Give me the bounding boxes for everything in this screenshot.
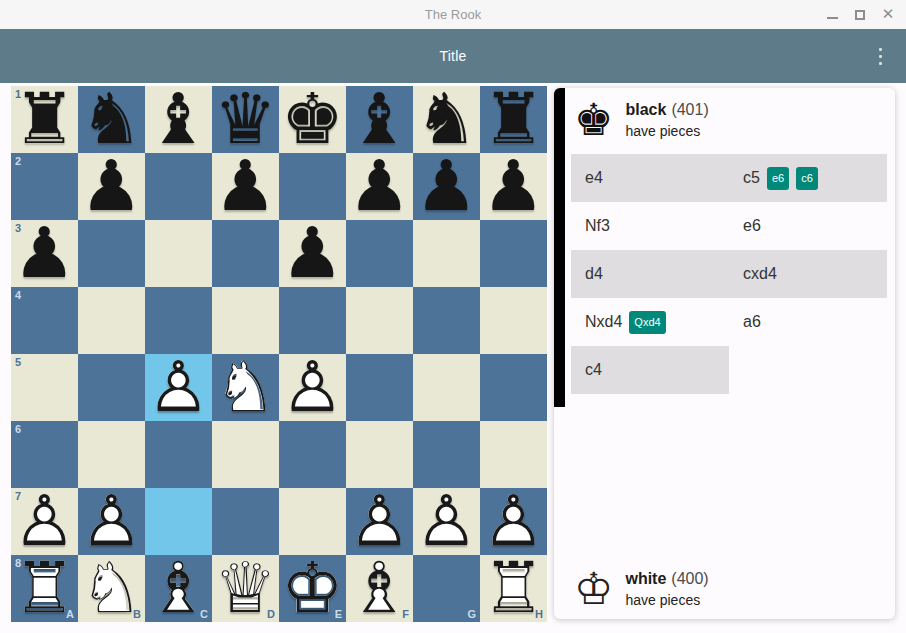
square-G6[interactable] [413, 421, 480, 488]
square-E3[interactable]: ♟ [279, 220, 346, 287]
square-D3[interactable] [212, 220, 279, 287]
square-A3[interactable]: 3♟ [11, 220, 78, 287]
move-row-2: Nf3e6 [571, 202, 887, 250]
black-pawn: ♟ [480, 153, 547, 220]
close-button[interactable]: ✕ [880, 7, 896, 23]
rank-label-4: 4 [15, 290, 21, 301]
square-H1[interactable]: ♜ [480, 86, 547, 153]
square-G3[interactable] [413, 220, 480, 287]
square-A4[interactable]: 4 [11, 287, 78, 354]
square-G2[interactable]: ♟ [413, 153, 480, 220]
black-king-icon: ♚ [574, 96, 613, 144]
square-E5[interactable]: ♟♙ [279, 354, 346, 421]
black-player-name-line: black(401) [625, 101, 708, 119]
rank-label-2: 2 [15, 156, 21, 167]
square-C5[interactable]: ♟♙ [145, 354, 212, 421]
white-king-icon: ♔ [574, 565, 613, 613]
maximize-icon [855, 10, 865, 20]
white-move-cell-5[interactable]: c4 [571, 346, 729, 394]
white-pawn: ♟♙ [346, 488, 413, 555]
move-text: e6 [743, 217, 761, 235]
black-pawn: ♟ [11, 220, 78, 287]
rank-label-6: 6 [15, 424, 21, 435]
white-player-status: have pieces [625, 592, 708, 608]
square-C7[interactable] [145, 488, 212, 555]
white-player-name: white [625, 570, 666, 587]
kebab-menu-button[interactable] [879, 29, 882, 83]
move-list: e4c5e6c6Nf3e6d4cxd4Nxd4Qxd4a6c4 [571, 154, 887, 394]
square-E8[interactable]: E♚♔ [279, 555, 346, 622]
black-queen: ♛ [212, 86, 279, 153]
square-H2[interactable]: ♟ [480, 153, 547, 220]
square-F5[interactable] [346, 354, 413, 421]
black-player-status: have pieces [625, 123, 708, 139]
black-king: ♚ [279, 86, 346, 153]
square-C8[interactable]: C♝♗ [145, 555, 212, 622]
minimize-button[interactable] [824, 7, 840, 23]
square-G7[interactable]: ♟♙ [413, 488, 480, 555]
move-text: c5 [743, 169, 760, 187]
move-row-3: d4cxd4 [571, 250, 887, 298]
black-player-header: ♚ black(401) have pieces [554, 88, 895, 150]
black-move-cell-4[interactable]: a6 [729, 298, 887, 346]
file-label-G: G [467, 609, 476, 620]
black-rook: ♜ [480, 86, 547, 153]
square-H6[interactable] [480, 421, 547, 488]
black-bishop: ♝ [346, 86, 413, 153]
close-icon: ✕ [882, 7, 895, 22]
square-C1[interactable]: ♝ [145, 86, 212, 153]
minimize-icon [827, 17, 838, 19]
move-text: d4 [585, 265, 603, 283]
white-pawn: ♟♙ [145, 354, 212, 421]
white-knight: ♞♘ [78, 555, 145, 622]
square-E1[interactable]: ♚ [279, 86, 346, 153]
move-row-5: c4 [571, 346, 887, 394]
black-player-rating: (401) [671, 101, 708, 118]
square-F4[interactable] [346, 287, 413, 354]
square-G5[interactable] [413, 354, 480, 421]
square-B5[interactable] [78, 354, 145, 421]
move-text: c4 [585, 361, 602, 379]
white-move-cell-2[interactable]: Nf3 [571, 202, 729, 250]
square-H8[interactable]: H♜♖ [480, 555, 547, 622]
square-C2[interactable] [145, 153, 212, 220]
square-B2[interactable]: ♟ [78, 153, 145, 220]
square-B4[interactable] [78, 287, 145, 354]
white-bishop: ♝♗ [346, 555, 413, 622]
square-F6[interactable] [346, 421, 413, 488]
move-text: e4 [585, 169, 603, 187]
square-A8[interactable]: 8A♜♖ [11, 555, 78, 622]
alternative-move-badge[interactable]: e6 [767, 167, 789, 190]
square-F2[interactable]: ♟ [346, 153, 413, 220]
white-move-cell-1[interactable]: e4 [571, 154, 729, 202]
black-pawn: ♟ [78, 153, 145, 220]
chess-board: 1♜♞♝♛♚♝♞♜2♟♟♟♟♟3♟♟45♟♙♞♘♟♙67♟♙♟♙♟♙♟♙♟♙8A… [11, 86, 547, 622]
square-F3[interactable] [346, 220, 413, 287]
white-king: ♚♔ [279, 555, 346, 622]
alternative-move-badge[interactable]: Qxd4 [629, 311, 665, 334]
square-D5[interactable]: ♞♘ [212, 354, 279, 421]
square-F8[interactable]: F♝♗ [346, 555, 413, 622]
move-text: Nf3 [585, 217, 610, 235]
rank-label-5: 5 [15, 357, 21, 368]
move-row-1: e4c5e6c6 [571, 154, 887, 202]
move-list-scrollbar[interactable] [554, 88, 565, 407]
os-titlebar: The Rook ✕ [0, 0, 906, 29]
square-B6[interactable] [78, 421, 145, 488]
black-pawn: ♟ [413, 153, 480, 220]
white-pawn: ♟♙ [78, 488, 145, 555]
white-pawn: ♟♙ [480, 488, 547, 555]
move-text: Nxd4 [585, 313, 622, 331]
square-F1[interactable]: ♝ [346, 86, 413, 153]
black-move-cell-2[interactable]: e6 [729, 202, 887, 250]
toolbar-title: Title [440, 48, 467, 64]
square-D2[interactable]: ♟ [212, 153, 279, 220]
white-knight: ♞♘ [212, 354, 279, 421]
square-F7[interactable]: ♟♙ [346, 488, 413, 555]
square-A7[interactable]: 7♟♙ [11, 488, 78, 555]
black-move-cell-3[interactable]: cxd4 [729, 250, 887, 298]
square-E4[interactable] [279, 287, 346, 354]
white-player-rating: (400) [671, 570, 708, 587]
square-A2[interactable]: 2 [11, 153, 78, 220]
square-D1[interactable]: ♛ [212, 86, 279, 153]
game-panel: ♚ black(401) have pieces e4c5e6c6Nf3e6d4… [554, 88, 895, 619]
window-title: The Rook [425, 7, 481, 22]
square-G1[interactable]: ♞ [413, 86, 480, 153]
square-D4[interactable] [212, 287, 279, 354]
black-move-cell-1[interactable]: c5e6c6 [729, 154, 887, 202]
square-A1[interactable]: 1♜ [11, 86, 78, 153]
white-pawn: ♟♙ [11, 488, 78, 555]
square-A6[interactable]: 6 [11, 421, 78, 488]
app-toolbar: Title [0, 29, 906, 83]
white-pawn: ♟♙ [413, 488, 480, 555]
square-A5[interactable]: 5 [11, 354, 78, 421]
black-pawn: ♟ [346, 153, 413, 220]
square-H3[interactable] [480, 220, 547, 287]
white-rook: ♜♖ [11, 555, 78, 622]
square-H5[interactable] [480, 354, 547, 421]
square-C3[interactable] [145, 220, 212, 287]
move-text: a6 [743, 313, 761, 331]
square-G8[interactable]: G [413, 555, 480, 622]
move-row-4: Nxd4Qxd4a6 [571, 298, 887, 346]
square-G4[interactable] [413, 287, 480, 354]
square-C4[interactable] [145, 287, 212, 354]
black-knight: ♞ [413, 86, 480, 153]
black-move-cell-5[interactable] [729, 346, 887, 394]
square-D7[interactable] [212, 488, 279, 555]
black-pawn: ♟ [212, 153, 279, 220]
square-H4[interactable] [480, 287, 547, 354]
maximize-button[interactable] [852, 7, 868, 23]
white-rook: ♜♖ [480, 555, 547, 622]
square-E6[interactable] [279, 421, 346, 488]
white-pawn: ♟♙ [279, 354, 346, 421]
square-B3[interactable] [78, 220, 145, 287]
black-pawn: ♟ [279, 220, 346, 287]
main-content: 1♜♞♝♛♚♝♞♜2♟♟♟♟♟3♟♟45♟♙♞♘♟♙67♟♙♟♙♟♙♟♙♟♙8A… [0, 83, 906, 633]
black-rook: ♜ [11, 86, 78, 153]
white-player-name-line: white(400) [625, 570, 708, 588]
square-E7[interactable] [279, 488, 346, 555]
square-B7[interactable]: ♟♙ [78, 488, 145, 555]
window-controls: ✕ [824, 0, 896, 29]
black-player-name: black [625, 101, 666, 118]
alternative-move-badge[interactable]: c6 [796, 167, 818, 190]
square-D6[interactable] [212, 421, 279, 488]
white-move-cell-4[interactable]: Nxd4Qxd4 [571, 298, 729, 346]
square-H7[interactable]: ♟♙ [480, 488, 547, 555]
black-bishop: ♝ [145, 86, 212, 153]
white-queen: ♛♕ [212, 555, 279, 622]
white-bishop: ♝♗ [145, 555, 212, 622]
square-E2[interactable] [279, 153, 346, 220]
square-C6[interactable] [145, 421, 212, 488]
white-player-header: ♔ white(400) have pieces [554, 557, 895, 619]
square-B1[interactable]: ♞ [78, 86, 145, 153]
move-text: cxd4 [743, 265, 777, 283]
square-D8[interactable]: D♛♕ [212, 555, 279, 622]
white-move-cell-3[interactable]: d4 [571, 250, 729, 298]
black-knight: ♞ [78, 86, 145, 153]
square-B8[interactable]: B♞♘ [78, 555, 145, 622]
